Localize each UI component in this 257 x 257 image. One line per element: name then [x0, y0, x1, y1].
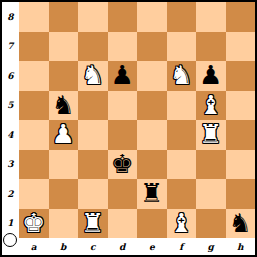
- square-h3[interactable]: [226, 150, 256, 180]
- square-g8[interactable]: [196, 2, 226, 32]
- square-c1[interactable]: ♜: [78, 209, 108, 239]
- square-b5[interactable]: ♞: [49, 91, 79, 121]
- square-b6[interactable]: [49, 61, 79, 91]
- piece-black-pawn: ♟: [111, 61, 134, 91]
- square-f2[interactable]: [167, 179, 197, 209]
- file-label-f: f: [167, 238, 197, 255]
- square-f6[interactable]: ♞: [167, 61, 197, 91]
- square-d7[interactable]: [108, 32, 138, 62]
- square-b4[interactable]: ♟: [49, 120, 79, 150]
- square-a3[interactable]: [19, 150, 49, 180]
- square-b1[interactable]: [49, 209, 79, 239]
- square-f5[interactable]: [167, 91, 197, 121]
- square-a7[interactable]: [19, 32, 49, 62]
- square-f8[interactable]: [167, 2, 197, 32]
- square-e3[interactable]: [137, 150, 167, 180]
- rank-label-5: 5: [2, 91, 19, 121]
- square-e1[interactable]: [137, 209, 167, 239]
- square-c2[interactable]: [78, 179, 108, 209]
- square-d8[interactable]: [108, 2, 138, 32]
- square-g2[interactable]: [196, 179, 226, 209]
- square-g1[interactable]: [196, 209, 226, 239]
- file-label-c: c: [78, 238, 108, 255]
- piece-white-rook: ♜: [199, 120, 222, 150]
- piece-black-knight: ♞: [52, 91, 75, 121]
- square-e2[interactable]: ♜: [137, 179, 167, 209]
- square-h5[interactable]: [226, 91, 256, 121]
- square-a5[interactable]: [19, 91, 49, 121]
- square-c7[interactable]: [78, 32, 108, 62]
- piece-white-knight: ♞: [170, 61, 193, 91]
- square-h2[interactable]: [226, 179, 256, 209]
- square-g6[interactable]: ♟: [196, 61, 226, 91]
- piece-white-rook: ♜: [81, 209, 104, 239]
- square-b2[interactable]: [49, 179, 79, 209]
- file-labels: abcdefgh: [19, 238, 255, 255]
- piece-black-rook: ♜: [140, 179, 163, 209]
- square-d4[interactable]: [108, 120, 138, 150]
- piece-white-bishop: ♝: [170, 209, 193, 239]
- square-c6[interactable]: ♞: [78, 61, 108, 91]
- square-f7[interactable]: [167, 32, 197, 62]
- file-label-e: e: [137, 238, 167, 255]
- square-e7[interactable]: [137, 32, 167, 62]
- square-h8[interactable]: [226, 2, 256, 32]
- square-c5[interactable]: [78, 91, 108, 121]
- white-to-move-indicator: [3, 233, 17, 247]
- square-h1[interactable]: ♞: [226, 209, 256, 239]
- square-h7[interactable]: [226, 32, 256, 62]
- file-label-b: b: [49, 238, 79, 255]
- square-d5[interactable]: [108, 91, 138, 121]
- square-a6[interactable]: [19, 61, 49, 91]
- piece-black-knight: ♞: [229, 209, 252, 239]
- square-g3[interactable]: [196, 150, 226, 180]
- square-c4[interactable]: [78, 120, 108, 150]
- file-label-g: g: [196, 238, 226, 255]
- rank-label-2: 2: [2, 179, 19, 209]
- square-g7[interactable]: [196, 32, 226, 62]
- square-h4[interactable]: [226, 120, 256, 150]
- piece-black-king: ♚: [111, 150, 134, 180]
- square-a1[interactable]: ♚: [19, 209, 49, 239]
- square-c8[interactable]: [78, 2, 108, 32]
- square-e8[interactable]: [137, 2, 167, 32]
- piece-white-bishop: ♝: [199, 91, 222, 121]
- file-label-a: a: [19, 238, 49, 255]
- piece-white-king: ♚: [22, 209, 45, 239]
- square-a4[interactable]: [19, 120, 49, 150]
- square-f1[interactable]: ♝: [167, 209, 197, 239]
- rank-label-4: 4: [2, 120, 19, 150]
- square-b7[interactable]: [49, 32, 79, 62]
- piece-black-pawn: ♟: [199, 61, 222, 91]
- square-e4[interactable]: [137, 120, 167, 150]
- piece-white-knight: ♞: [81, 61, 104, 91]
- square-c3[interactable]: [78, 150, 108, 180]
- square-d3[interactable]: ♚: [108, 150, 138, 180]
- chess-board: ♞♟♞♟♞♝♟♜♚♜♚♜♝♞: [19, 2, 255, 238]
- square-e5[interactable]: [137, 91, 167, 121]
- file-label-d: d: [108, 238, 138, 255]
- square-b8[interactable]: [49, 2, 79, 32]
- chess-diagram: 87654321 ♞♟♞♟♞♝♟♜♚♜♚♜♝♞ abcdefgh: [0, 0, 257, 257]
- square-e6[interactable]: [137, 61, 167, 91]
- square-g4[interactable]: ♜: [196, 120, 226, 150]
- piece-white-pawn: ♟: [52, 120, 75, 150]
- rank-label-6: 6: [2, 61, 19, 91]
- rank-label-7: 7: [2, 32, 19, 62]
- square-f3[interactable]: [167, 150, 197, 180]
- rank-labels: 87654321: [2, 2, 19, 238]
- square-a2[interactable]: [19, 179, 49, 209]
- file-label-h: h: [226, 238, 256, 255]
- rank-label-3: 3: [2, 150, 19, 180]
- square-a8[interactable]: [19, 2, 49, 32]
- rank-label-8: 8: [2, 2, 19, 32]
- square-d2[interactable]: [108, 179, 138, 209]
- square-h6[interactable]: [226, 61, 256, 91]
- square-f4[interactable]: [167, 120, 197, 150]
- square-d1[interactable]: [108, 209, 138, 239]
- square-g5[interactable]: ♝: [196, 91, 226, 121]
- square-d6[interactable]: ♟: [108, 61, 138, 91]
- square-b3[interactable]: [49, 150, 79, 180]
